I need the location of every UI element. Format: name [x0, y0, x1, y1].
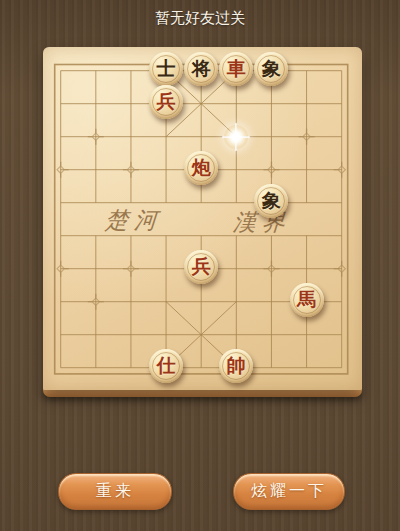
xiangqi-board[interactable]: 楚河 漢界 士将車象兵炮象兵馬仕帥 — [43, 47, 362, 397]
restart-button[interactable]: 重来 — [58, 473, 172, 510]
piece-red-soldier[interactable]: 兵 — [184, 250, 218, 284]
piece-black-elephant[interactable]: 象 — [254, 184, 288, 218]
piece-glyph: 士 — [157, 59, 176, 78]
piece-glyph: 仕 — [157, 356, 176, 375]
piece-glyph: 馬 — [297, 290, 316, 309]
river-label-left: 楚河 — [104, 205, 164, 236]
page-title: 暂无好友过关 — [0, 7, 400, 29]
piece-glyph: 炮 — [192, 158, 211, 177]
piece-red-horse[interactable]: 馬 — [290, 283, 324, 317]
piece-black-elephant[interactable]: 象 — [254, 52, 288, 86]
piece-glyph: 兵 — [157, 92, 176, 111]
piece-red-advisor[interactable]: 仕 — [149, 349, 183, 383]
piece-glyph: 帥 — [227, 356, 246, 375]
last-move-highlight — [224, 125, 248, 149]
showoff-button[interactable]: 炫耀一下 — [233, 473, 345, 510]
piece-black-advisor[interactable]: 士 — [149, 52, 183, 86]
piece-red-chariot[interactable]: 車 — [219, 52, 253, 86]
piece-glyph: 将 — [192, 59, 211, 78]
piece-glyph: 象 — [262, 59, 281, 78]
piece-red-soldier[interactable]: 兵 — [149, 85, 183, 119]
piece-black-general[interactable]: 将 — [184, 52, 218, 86]
piece-red-general[interactable]: 帥 — [219, 349, 253, 383]
piece-glyph: 象 — [262, 191, 281, 210]
piece-glyph: 車 — [227, 59, 246, 78]
board-grid — [43, 47, 362, 390]
piece-red-cannon[interactable]: 炮 — [184, 151, 218, 185]
piece-glyph: 兵 — [192, 257, 211, 276]
